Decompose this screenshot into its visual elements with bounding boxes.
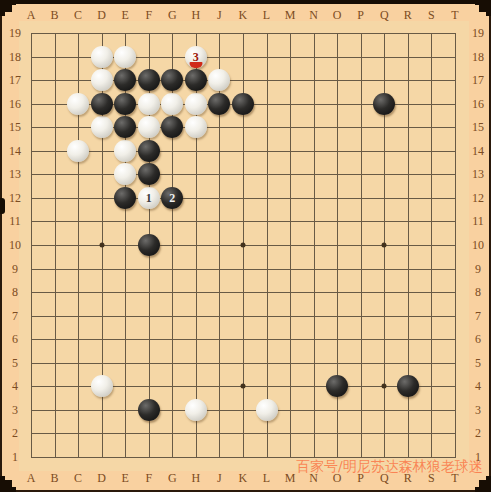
row-label-left: 8: [12, 286, 18, 298]
stone-black-k16[interactable]: [232, 93, 254, 115]
col-label-top: G: [168, 9, 177, 21]
col-label-bottom: D: [97, 472, 106, 484]
row-label-left: 14: [9, 145, 21, 157]
grid-line-horizontal: [31, 316, 456, 317]
row-label-right: 8: [475, 286, 481, 298]
row-label-right: 13: [472, 168, 484, 180]
row-label-right: 3: [475, 404, 481, 416]
stone-black-d16[interactable]: [91, 93, 113, 115]
col-label-bottom: S: [428, 472, 435, 484]
stone-white-c14[interactable]: [67, 140, 89, 162]
star-point: [240, 242, 245, 247]
stone-black-o4[interactable]: [326, 375, 348, 397]
col-label-bottom: B: [51, 472, 59, 484]
stone-white-e18[interactable]: [114, 46, 136, 68]
col-label-top: B: [51, 9, 59, 21]
col-label-bottom: K: [239, 472, 248, 484]
row-label-right: 12: [472, 192, 484, 204]
col-label-top: N: [309, 9, 318, 21]
goban-grid[interactable]: 312: [0, 0, 491, 492]
col-label-top: D: [97, 9, 106, 21]
row-label-left: 11: [9, 215, 21, 227]
stone-white-e14[interactable]: [114, 140, 136, 162]
stone-white-h3[interactable]: [185, 399, 207, 421]
row-label-right: 4: [475, 380, 481, 392]
move-number-label: 2: [169, 192, 175, 204]
stone-white-d18[interactable]: [91, 46, 113, 68]
stone-black-e17[interactable]: [114, 69, 136, 91]
stone-black-g12[interactable]: 2: [161, 187, 183, 209]
row-label-left: 19: [9, 27, 21, 39]
stone-black-h17[interactable]: [185, 69, 207, 91]
grid-line-vertical: [314, 33, 315, 458]
row-label-right: 2: [475, 427, 481, 439]
row-label-left: 5: [12, 357, 18, 369]
row-label-right: 10: [472, 239, 484, 251]
col-label-bottom: F: [145, 472, 152, 484]
col-label-top: M: [285, 9, 296, 21]
grid-line-vertical: [361, 33, 362, 458]
col-label-top: F: [145, 9, 152, 21]
col-label-bottom: H: [192, 472, 201, 484]
col-label-top: C: [74, 9, 82, 21]
last-move-red-mark: [189, 62, 202, 68]
stone-white-c16[interactable]: [67, 93, 89, 115]
col-label-top: L: [263, 9, 270, 21]
row-label-left: 12: [9, 192, 21, 204]
col-label-bottom: A: [27, 472, 36, 484]
grid-line-vertical: [290, 33, 291, 458]
col-label-top: O: [333, 9, 342, 21]
star-point: [99, 242, 104, 247]
move-number-label: 1: [146, 192, 152, 204]
row-label-right: 16: [472, 98, 484, 110]
stone-white-h16[interactable]: [185, 93, 207, 115]
row-label-left: 3: [12, 404, 18, 416]
col-label-top: P: [357, 9, 364, 21]
stone-white-j17[interactable]: [208, 69, 230, 91]
stone-white-f15[interactable]: [138, 116, 160, 138]
col-label-bottom: G: [168, 472, 177, 484]
col-label-bottom: N: [309, 472, 318, 484]
row-label-right: 15: [472, 121, 484, 133]
row-label-left: 18: [9, 51, 21, 63]
stone-black-j16[interactable]: [208, 93, 230, 115]
col-label-top: H: [192, 9, 201, 21]
stone-black-e12[interactable]: [114, 187, 136, 209]
grid-line-horizontal: [31, 433, 456, 434]
stone-white-d17[interactable]: [91, 69, 113, 91]
row-label-right: 7: [475, 310, 481, 322]
col-label-top: J: [217, 9, 222, 21]
grid-line-horizontal: [31, 410, 456, 411]
row-label-left: 6: [12, 333, 18, 345]
star-point: [382, 242, 387, 247]
col-label-bottom: J: [217, 472, 222, 484]
row-label-left: 10: [9, 239, 21, 251]
col-label-bottom: R: [404, 472, 412, 484]
row-label-right: 9: [475, 263, 481, 275]
stone-white-l3[interactable]: [256, 399, 278, 421]
col-label-bottom: P: [357, 472, 364, 484]
col-label-bottom: L: [263, 472, 270, 484]
row-label-left: 4: [12, 380, 18, 392]
row-label-left: 9: [12, 263, 18, 275]
stone-white-h15[interactable]: [185, 116, 207, 138]
row-label-right: 1: [475, 451, 481, 463]
col-label-top: R: [404, 9, 412, 21]
stone-black-f17[interactable]: [138, 69, 160, 91]
go-board-diagram: 312 百家号/明尼苏达森林狼老球迷 AABBCCDDEEFFGGHHJJKKL…: [0, 0, 491, 492]
star-point: [382, 384, 387, 389]
row-label-right: 17: [472, 74, 484, 86]
stone-black-r4[interactable]: [397, 375, 419, 397]
col-label-bottom: M: [285, 472, 296, 484]
stone-white-h18[interactable]: 3: [185, 46, 207, 68]
stone-white-g16[interactable]: [161, 93, 183, 115]
stone-black-f13[interactable]: [138, 163, 160, 185]
col-label-top: K: [239, 9, 248, 21]
grid-line-vertical: [431, 33, 432, 458]
row-label-left: 13: [9, 168, 21, 180]
row-label-left: 2: [12, 427, 18, 439]
stone-black-e15[interactable]: [114, 116, 136, 138]
stone-black-g15[interactable]: [161, 116, 183, 138]
stone-black-g17[interactable]: [161, 69, 183, 91]
col-label-top: T: [451, 9, 458, 21]
stone-black-e16[interactable]: [114, 93, 136, 115]
row-label-right: 18: [472, 51, 484, 63]
col-label-top: A: [27, 9, 36, 21]
grid-line-vertical: [267, 33, 268, 458]
row-label-left: 17: [9, 74, 21, 86]
col-label-bottom: O: [333, 472, 342, 484]
col-label-bottom: E: [122, 472, 129, 484]
grid-line-horizontal: [31, 457, 456, 458]
grid-line-horizontal: [31, 363, 456, 364]
stone-white-e13[interactable]: [114, 163, 136, 185]
col-label-top: Q: [380, 9, 389, 21]
row-label-right: 14: [472, 145, 484, 157]
stone-black-f3[interactable]: [138, 399, 160, 421]
stone-black-q16[interactable]: [373, 93, 395, 115]
row-label-left: 16: [9, 98, 21, 110]
star-point: [240, 384, 245, 389]
row-label-right: 11: [472, 215, 484, 227]
col-label-bottom: C: [74, 472, 82, 484]
stone-white-f12[interactable]: 1: [138, 187, 160, 209]
grid-line-horizontal: [31, 269, 456, 270]
stone-white-f16[interactable]: [138, 93, 160, 115]
stone-black-f10[interactable]: [138, 234, 160, 256]
col-label-bottom: T: [451, 472, 458, 484]
stone-white-d15[interactable]: [91, 116, 113, 138]
row-label-left: 1: [12, 451, 18, 463]
row-label-right: 6: [475, 333, 481, 345]
grid-line-horizontal: [31, 292, 456, 293]
col-label-top: E: [122, 9, 129, 21]
row-label-left: 7: [12, 310, 18, 322]
stone-black-f14[interactable]: [138, 140, 160, 162]
row-label-right: 5: [475, 357, 481, 369]
row-label-right: 19: [472, 27, 484, 39]
col-label-bottom: Q: [380, 472, 389, 484]
stone-white-d4[interactable]: [91, 375, 113, 397]
row-label-left: 15: [9, 121, 21, 133]
grid-line-vertical: [455, 33, 456, 458]
col-label-top: S: [428, 9, 435, 21]
grid-line-horizontal: [31, 339, 456, 340]
